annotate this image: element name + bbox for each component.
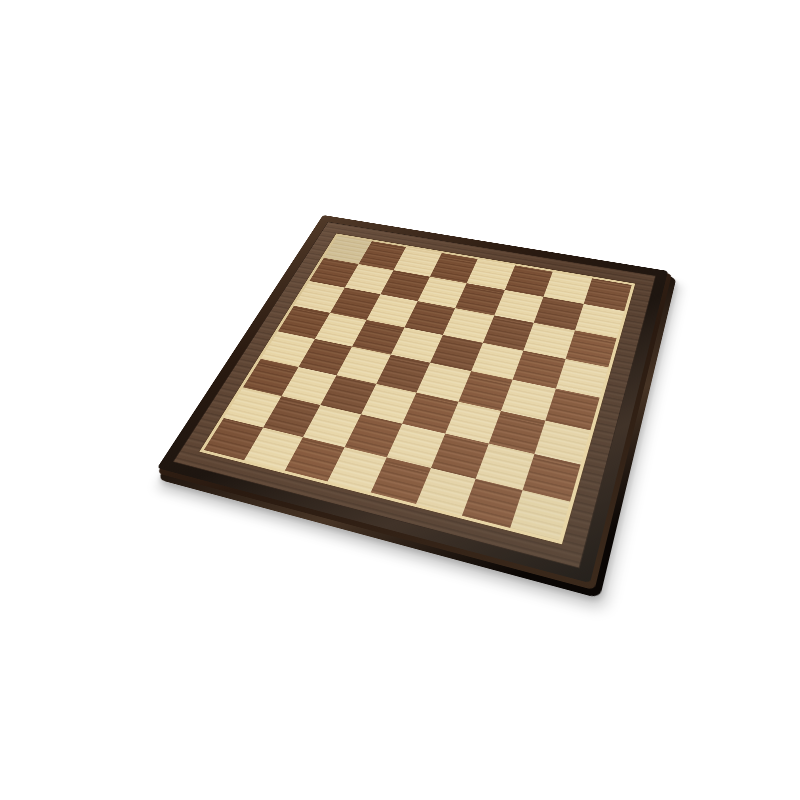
product-photo-stage [0, 0, 800, 800]
chessboard [157, 215, 668, 583]
